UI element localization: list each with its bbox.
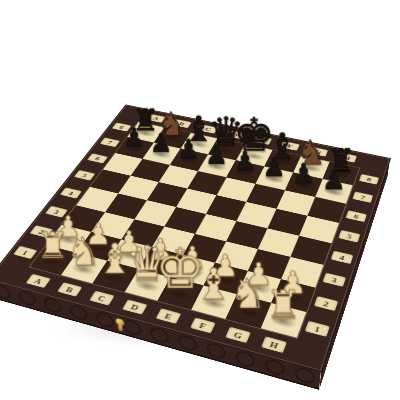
file-label-near-g: G: [225, 327, 251, 343]
piece-glyph: ♝: [195, 263, 233, 306]
chess-board: ♜♞♝♛♚♝♞♜♟♟♟♟♟♟♟♟♟♟♟♟♟♟♟♟♜♞♝♛♚♝♞♜ AA11BB2…: [0, 105, 390, 371]
piece-glyph: ♟: [322, 167, 346, 194]
file-label-near-a: A: [26, 274, 51, 288]
rank-label-right-4: 4: [331, 251, 354, 265]
piece-glyph: ♟: [123, 125, 146, 150]
piece-glyph: ♜: [37, 227, 69, 263]
file-label-near-e: E: [156, 308, 182, 324]
rank-label-left-5: 5: [74, 170, 96, 181]
piece-glyph: ♟: [262, 154, 286, 181]
file-label-near-f: F: [190, 317, 216, 333]
rank-label-left-4: 4: [60, 187, 82, 198]
board-top-surface: ♜♞♝♛♚♝♞♜♟♟♟♟♟♟♟♟♟♟♟♟♟♟♟♟♜♞♝♛♚♝♞♜ AA11BB2…: [0, 105, 390, 371]
rank-label-left-7: 7: [100, 138, 120, 148]
file-label-near-d: D: [122, 299, 148, 314]
scene: ♜♞♝♛♚♝♞♜♟♟♟♟♟♟♟♟♟♟♟♟♟♟♟♟♜♞♝♛♚♝♞♜ AA11BB2…: [0, 0, 400, 400]
square-d4: [164, 207, 206, 234]
file-label-near-c: C: [89, 291, 114, 306]
clasp-hook-icon: [118, 324, 123, 332]
piece-glyph: ♟: [233, 148, 257, 174]
file-label-near-h: H: [261, 336, 287, 353]
rank-label-left-1: 1: [13, 246, 37, 259]
square-a4: [76, 187, 118, 212]
rank-label-right-6: 6: [346, 210, 368, 222]
rank-label-right-1: 1: [305, 321, 330, 337]
piece-glyph: ♞: [230, 273, 267, 314]
square-h1: ♜: [261, 303, 306, 338]
product-photo-canvas: ♜♞♝♛♚♝♞♜♟♟♟♟♟♟♟♟♟♟♟♟♟♟♟♟♜♞♝♛♚♝♞♜ AA11BB2…: [0, 0, 400, 400]
file-label-near-b: B: [57, 282, 82, 297]
piece-glyph: ♟: [150, 131, 173, 157]
rank-label-right-3: 3: [323, 273, 347, 287]
piece-glyph: ♟: [205, 142, 228, 168]
piece-glyph: ♜: [266, 285, 301, 324]
square-h4: [290, 236, 331, 265]
brass-clasp: [113, 317, 127, 333]
square-g5: [267, 209, 307, 236]
rank-label-right-7: 7: [352, 192, 373, 203]
rank-label-right-5: 5: [338, 230, 360, 243]
piece-glyph: ♟: [292, 160, 316, 187]
rank-label-left-6: 6: [87, 153, 108, 163]
piece-glyph: ♟: [177, 136, 200, 162]
rank-label-right-2: 2: [314, 296, 338, 311]
rank-label-right-8: 8: [359, 174, 379, 185]
